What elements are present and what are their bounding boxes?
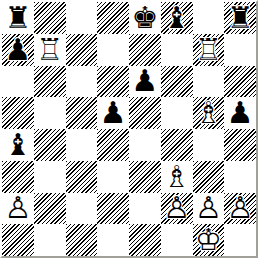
square-b4[interactable] [34, 129, 66, 161]
square-b8[interactable] [34, 2, 66, 34]
square-d5[interactable]: ♟ [97, 97, 129, 129]
white-rook-icon[interactable]: ♜♖ [36, 35, 63, 65]
square-g8[interactable] [193, 2, 225, 34]
square-f8[interactable]: ♝ [161, 2, 193, 34]
square-f3[interactable]: ♝♗ [161, 161, 193, 193]
square-b5[interactable] [34, 97, 66, 129]
white-rook-outline: ♖ [36, 32, 63, 67]
square-a1[interactable] [2, 224, 34, 256]
square-e1[interactable] [129, 224, 161, 256]
square-f7[interactable] [161, 34, 193, 66]
square-e8[interactable]: ♚ [129, 2, 161, 34]
square-b7[interactable]: ♜♖ [34, 34, 66, 66]
black-pawn-icon[interactable]: ♟ [131, 66, 158, 96]
square-h3[interactable] [224, 161, 256, 193]
square-a5[interactable] [2, 97, 34, 129]
white-pawn-icon[interactable]: ♟♙ [163, 193, 190, 223]
square-f4[interactable] [161, 129, 193, 161]
square-g1[interactable]: ♚♔ [193, 224, 225, 256]
square-f6[interactable] [161, 66, 193, 98]
square-c6[interactable] [66, 66, 98, 98]
square-g6[interactable] [193, 66, 225, 98]
square-e5[interactable] [129, 97, 161, 129]
square-f1[interactable] [161, 224, 193, 256]
square-h5[interactable]: ♟ [224, 97, 256, 129]
square-c5[interactable] [66, 97, 98, 129]
square-d6[interactable] [97, 66, 129, 98]
square-b6[interactable] [34, 66, 66, 98]
square-c2[interactable] [66, 193, 98, 225]
white-king-icon[interactable]: ♚♔ [195, 225, 222, 255]
square-g5[interactable]: ♝♗ [193, 97, 225, 129]
white-bishop-outline: ♗ [195, 95, 222, 130]
white-pawn-outline: ♙ [227, 190, 254, 225]
square-f5[interactable] [161, 97, 193, 129]
square-h6[interactable] [224, 66, 256, 98]
square-g7[interactable]: ♜♖ [193, 34, 225, 66]
white-pawn-outline: ♙ [4, 190, 31, 225]
square-a3[interactable] [2, 161, 34, 193]
square-e6[interactable]: ♟ [129, 66, 161, 98]
black-king-icon[interactable]: ♚ [131, 3, 158, 33]
square-b2[interactable] [34, 193, 66, 225]
square-a4[interactable]: ♝ [2, 129, 34, 161]
white-king-outline: ♔ [195, 222, 222, 257]
square-a6[interactable] [2, 66, 34, 98]
white-pawn-icon[interactable]: ♟♙ [227, 193, 254, 223]
square-e4[interactable] [129, 129, 161, 161]
square-g2[interactable]: ♟♙ [193, 193, 225, 225]
black-bishop-icon[interactable]: ♝ [4, 130, 31, 160]
white-rook-icon[interactable]: ♜♖ [195, 35, 222, 65]
white-pawn-icon[interactable]: ♟♙ [195, 193, 222, 223]
white-rook-outline: ♖ [195, 32, 222, 67]
square-a2[interactable]: ♟♙ [2, 193, 34, 225]
white-bishop-icon[interactable]: ♝♗ [195, 98, 222, 128]
square-f2[interactable]: ♟♙ [161, 193, 193, 225]
square-d7[interactable] [97, 34, 129, 66]
square-d3[interactable] [97, 161, 129, 193]
square-d4[interactable] [97, 129, 129, 161]
square-c7[interactable] [66, 34, 98, 66]
chess-board: ♜♚♝♜♟♜♖♜♖♟♟♝♗♟♝♝♗♟♙♟♙♟♙♟♙♚♔ [2, 2, 256, 256]
white-pawn-outline: ♙ [195, 190, 222, 225]
white-bishop-outline: ♗ [163, 159, 190, 194]
square-a8[interactable]: ♜ [2, 2, 34, 34]
square-h1[interactable] [224, 224, 256, 256]
white-pawn-outline: ♙ [163, 190, 190, 225]
black-pawn-icon[interactable]: ♟ [4, 35, 31, 65]
square-b3[interactable] [34, 161, 66, 193]
square-d8[interactable] [97, 2, 129, 34]
black-bishop-icon[interactable]: ♝ [163, 3, 190, 33]
square-e3[interactable] [129, 161, 161, 193]
white-pawn-icon[interactable]: ♟♙ [4, 193, 31, 223]
square-a7[interactable]: ♟ [2, 34, 34, 66]
square-h4[interactable] [224, 129, 256, 161]
black-pawn-icon[interactable]: ♟ [227, 98, 254, 128]
square-h2[interactable]: ♟♙ [224, 193, 256, 225]
square-e7[interactable] [129, 34, 161, 66]
square-c1[interactable] [66, 224, 98, 256]
white-bishop-icon[interactable]: ♝♗ [163, 162, 190, 192]
black-rook-icon[interactable]: ♜ [4, 3, 31, 33]
black-pawn-icon[interactable]: ♟ [100, 98, 127, 128]
square-e2[interactable] [129, 193, 161, 225]
square-c4[interactable] [66, 129, 98, 161]
square-h7[interactable] [224, 34, 256, 66]
square-h8[interactable]: ♜ [224, 2, 256, 34]
square-d2[interactable] [97, 193, 129, 225]
square-b1[interactable] [34, 224, 66, 256]
black-rook-icon[interactable]: ♜ [227, 3, 254, 33]
square-c8[interactable] [66, 2, 98, 34]
chess-board-frame: ♜♚♝♜♟♜♖♜♖♟♟♝♗♟♝♝♗♟♙♟♙♟♙♟♙♚♔ [0, 0, 258, 258]
square-g3[interactable] [193, 161, 225, 193]
square-d1[interactable] [97, 224, 129, 256]
square-g4[interactable] [193, 129, 225, 161]
square-c3[interactable] [66, 161, 98, 193]
